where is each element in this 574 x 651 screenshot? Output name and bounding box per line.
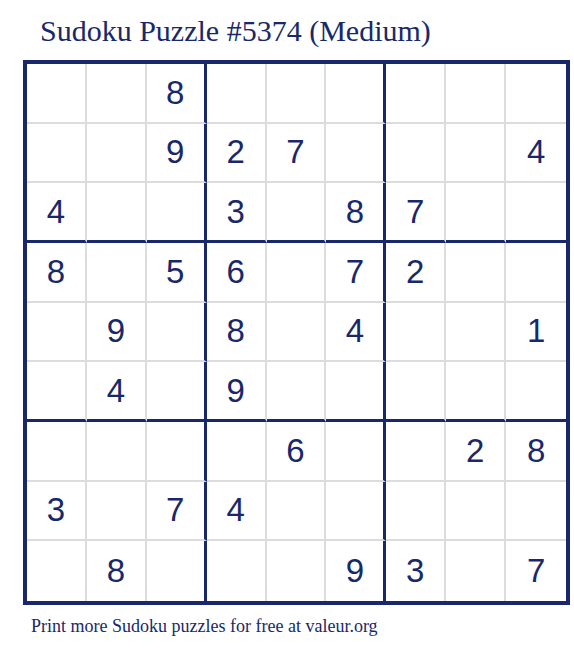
sudoku-cell-empty <box>267 183 327 243</box>
sudoku-cell-empty <box>27 64 87 124</box>
footer-text: Print more Sudoku puzzles for free at va… <box>31 616 378 637</box>
sudoku-cell-empty <box>446 482 506 542</box>
sudoku-cell-empty <box>147 183 207 243</box>
page-title: Sudoku Puzzle #5374 (Medium) <box>40 14 431 48</box>
sudoku-cell-empty <box>87 183 147 243</box>
sudoku-cell-given: 4 <box>207 482 267 542</box>
sudoku-cell-given: 7 <box>386 183 446 243</box>
sudoku-cell-given: 3 <box>207 183 267 243</box>
sudoku-cell-empty <box>207 422 267 482</box>
sudoku-cell-empty <box>506 362 566 422</box>
sudoku-cell-given: 3 <box>386 541 446 601</box>
sudoku-cell-given: 1 <box>506 303 566 363</box>
sudoku-cell-given: 6 <box>207 243 267 303</box>
sudoku-cell-empty <box>27 541 87 601</box>
sudoku-cell-empty <box>87 482 147 542</box>
sudoku-cell-empty <box>27 124 87 184</box>
sudoku-cell-empty <box>267 541 327 601</box>
sudoku-cell-empty <box>267 303 327 363</box>
sudoku-cell-empty <box>326 482 386 542</box>
sudoku-cell-given: 7 <box>506 541 566 601</box>
sudoku-cell-empty <box>87 243 147 303</box>
sudoku-cell-given: 7 <box>147 482 207 542</box>
sudoku-cell-empty <box>147 541 207 601</box>
sudoku-cell-empty <box>147 362 207 422</box>
sudoku-cell-empty <box>87 124 147 184</box>
sudoku-cell-empty <box>446 243 506 303</box>
sudoku-cell-given: 8 <box>207 303 267 363</box>
sudoku-cell-empty <box>446 183 506 243</box>
sudoku-cell-empty <box>506 482 566 542</box>
sudoku-page: { "game": "sudoku", "title": "Sudoku Puz… <box>0 0 574 651</box>
sudoku-cell-empty <box>446 124 506 184</box>
sudoku-cell-empty <box>446 362 506 422</box>
sudoku-cell-empty <box>267 362 327 422</box>
sudoku-cell-empty <box>386 303 446 363</box>
sudoku-cell-empty <box>326 362 386 422</box>
sudoku-cell-given: 8 <box>326 183 386 243</box>
sudoku-cell-empty <box>207 64 267 124</box>
sudoku-cell-empty <box>386 482 446 542</box>
sudoku-cell-empty <box>27 303 87 363</box>
sudoku-cell-given: 9 <box>147 124 207 184</box>
sudoku-cell-given: 5 <box>147 243 207 303</box>
sudoku-cell-empty <box>87 422 147 482</box>
sudoku-cell-empty <box>147 422 207 482</box>
sudoku-cell-empty <box>326 422 386 482</box>
sudoku-cell-empty <box>446 303 506 363</box>
sudoku-cell-given: 4 <box>506 124 566 184</box>
sudoku-cell-empty <box>27 362 87 422</box>
sudoku-cell-empty <box>207 541 267 601</box>
sudoku-cell-empty <box>267 243 327 303</box>
sudoku-cell-empty <box>446 64 506 124</box>
sudoku-cell-empty <box>326 124 386 184</box>
sudoku-cell-empty <box>386 422 446 482</box>
sudoku-cell-given: 8 <box>147 64 207 124</box>
sudoku-cell-given: 8 <box>27 243 87 303</box>
sudoku-cell-given: 9 <box>87 303 147 363</box>
sudoku-cell-given: 3 <box>27 482 87 542</box>
sudoku-cell-empty <box>386 362 446 422</box>
sudoku-cell-empty <box>267 482 327 542</box>
sudoku-cell-empty <box>506 183 566 243</box>
sudoku-cell-empty <box>326 64 386 124</box>
sudoku-cell-given: 4 <box>87 362 147 422</box>
sudoku-cell-empty <box>87 64 147 124</box>
sudoku-cell-given: 7 <box>326 243 386 303</box>
sudoku-cell-given: 2 <box>386 243 446 303</box>
sudoku-cell-given: 6 <box>267 422 327 482</box>
sudoku-cell-given: 8 <box>506 422 566 482</box>
sudoku-cell-given: 4 <box>27 183 87 243</box>
sudoku-board: 892744387856729841496283748937 <box>23 60 570 605</box>
sudoku-cell-empty <box>506 64 566 124</box>
sudoku-cell-empty <box>386 64 446 124</box>
sudoku-cell-given: 2 <box>207 124 267 184</box>
sudoku-cell-empty <box>147 303 207 363</box>
sudoku-cell-empty <box>446 541 506 601</box>
sudoku-cell-given: 4 <box>326 303 386 363</box>
sudoku-cell-empty <box>27 422 87 482</box>
sudoku-cell-empty <box>267 64 327 124</box>
sudoku-cell-empty <box>386 124 446 184</box>
sudoku-cell-given: 9 <box>207 362 267 422</box>
sudoku-cell-given: 2 <box>446 422 506 482</box>
sudoku-cell-given: 9 <box>326 541 386 601</box>
sudoku-cell-given: 8 <box>87 541 147 601</box>
sudoku-cell-given: 7 <box>267 124 327 184</box>
sudoku-cell-empty <box>506 243 566 303</box>
